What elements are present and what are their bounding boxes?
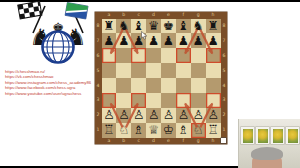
white-piece: ♗ [131,123,146,138]
black-piece: ♟ [191,33,206,48]
square-d6[interactable] [146,48,161,63]
square-b5[interactable] [116,63,131,78]
white-piece: ♙ [161,108,176,123]
square-a2[interactable]: ♙ [102,108,117,123]
black-piece: ♟ [146,33,161,48]
square-f4[interactable] [176,78,191,93]
mouse-cursor [141,26,148,44]
square-g2[interactable]: ♙ [191,108,206,123]
square-d1[interactable]: ♕ [146,123,161,138]
picture-frame [241,127,254,144]
black-piece: ♜ [206,19,221,34]
file-label-top-g: g [191,12,206,18]
picture-frame [256,127,269,144]
hmao-flag-icon [65,3,88,19]
square-f6[interactable] [176,48,191,63]
square-g4[interactable] [191,78,206,93]
black-piece: ♟ [161,33,176,48]
rank-label-left-2: 2 [95,112,101,118]
square-d4[interactable] [146,78,161,93]
rank-label-right-3: 3 [221,97,227,103]
square-d2[interactable]: ♙ [146,108,161,123]
square-b7[interactable]: ♟ [116,33,131,48]
square-b6[interactable] [116,48,131,63]
square-h2[interactable]: ♙ [206,108,221,123]
square-g8[interactable]: ♞ [191,19,206,34]
academy-logo: ♚ ♞ ♞ [16,1,100,65]
white-piece: ♕ [146,123,161,138]
white-piece: ♖ [206,123,221,138]
square-e7[interactable]: ♟ [161,33,176,48]
rank-label-left-7: 7 [95,38,101,44]
rank-label-left-5: 5 [95,68,101,74]
square-g6[interactable] [191,48,206,63]
file-label-top-c: c [131,12,146,18]
picture-frame [286,127,299,144]
square-a4[interactable] [102,78,117,93]
webcam-overlay [238,119,300,168]
square-c1[interactable]: ♗ [131,123,146,138]
square-e3[interactable] [161,93,176,108]
square-b2[interactable]: ♙ [116,108,131,123]
board-squares[interactable]: ♜♞♝♛♚♝♞♜♟♟♟♟♟♟♟♟♙♙♙♙♙♙♙♙♖♘♗♕♔♗♘♖ [102,19,221,138]
square-f8[interactable]: ♝ [176,19,191,34]
square-b8[interactable]: ♞ [116,19,131,34]
square-f1[interactable]: ♗ [176,123,191,138]
black-piece: ♟ [206,33,221,48]
square-c3[interactable] [131,93,146,108]
presenter-head [252,149,282,168]
file-label-bottom-h: h [206,138,221,144]
square-c6[interactable] [131,48,146,63]
square-e8[interactable]: ♚ [161,19,176,34]
white-to-move-indicator [221,138,226,143]
square-a6[interactable] [102,48,117,63]
square-e2[interactable]: ♙ [161,108,176,123]
rank-label-left-8: 8 [95,23,101,29]
white-piece: ♙ [176,108,191,123]
square-h3[interactable] [206,93,221,108]
square-b3[interactable] [116,93,131,108]
square-d5[interactable] [146,63,161,78]
white-piece: ♙ [206,108,221,123]
square-c4[interactable] [131,78,146,93]
black-piece: ♞ [116,19,131,34]
rank-label-left-4: 4 [95,83,101,89]
rank-label-right-7: 7 [221,38,227,44]
square-h1[interactable]: ♖ [206,123,221,138]
file-label-bottom-c: c [131,138,146,144]
rank-label-right-6: 6 [221,53,227,59]
square-f2[interactable]: ♙ [176,108,191,123]
white-piece: ♙ [191,108,206,123]
square-h8[interactable]: ♜ [206,19,221,34]
square-e4[interactable] [161,78,176,93]
picture-frame [271,127,284,144]
white-piece: ♘ [116,123,131,138]
square-a1[interactable]: ♖ [102,123,117,138]
presenter-hair [251,147,283,160]
chess-board[interactable]: ♜♞♝♛♚♝♞♜♟♟♟♟♟♟♟♟♙♙♙♙♙♙♙♙♖♘♗♕♔♗♘♖ aabbccd… [95,12,227,144]
rank-label-left-1: 1 [95,127,101,133]
black-piece: ♟ [176,33,191,48]
black-piece: ♚ [161,19,176,34]
rank-label-right-4: 4 [221,83,227,89]
rank-label-right-8: 8 [221,23,227,29]
file-label-top-a: a [102,12,117,18]
links-list: https://chesshmao.ru/https://vk.com/ches… [5,69,105,96]
file-label-top-h: h [206,12,221,18]
square-g7[interactable]: ♟ [191,33,206,48]
square-g5[interactable] [191,63,206,78]
white-piece: ♖ [102,123,117,138]
rank-label-left-3: 3 [95,97,101,103]
black-piece: ♟ [116,33,131,48]
square-b1[interactable]: ♘ [116,123,131,138]
square-a3[interactable] [102,93,117,108]
rank-label-right-5: 5 [221,68,227,74]
file-label-top-d: d [146,12,161,18]
white-piece: ♘ [191,123,206,138]
square-c2[interactable]: ♙ [131,108,146,123]
square-e5[interactable] [161,63,176,78]
square-e1[interactable]: ♔ [161,123,176,138]
file-label-bottom-b: b [116,138,131,144]
square-f3[interactable] [176,93,191,108]
rank-label-left-6: 6 [95,53,101,59]
square-h6[interactable] [206,48,221,63]
white-piece: ♙ [102,108,117,123]
square-a8[interactable]: ♜ [102,19,117,34]
square-a5[interactable] [102,63,117,78]
black-piece: ♟ [102,33,117,48]
square-g3[interactable] [191,93,206,108]
square-c5[interactable] [131,63,146,78]
square-f5[interactable] [176,63,191,78]
file-label-bottom-e: e [161,138,176,144]
square-f7[interactable]: ♟ [176,33,191,48]
square-h4[interactable] [206,78,221,93]
file-label-top-b: b [116,12,131,18]
square-d7[interactable]: ♟ [146,33,161,48]
checkered-flag-icon [18,1,42,19]
square-d8[interactable]: ♛ [146,19,161,34]
white-piece: ♙ [131,108,146,123]
rank-label-right-1: 1 [221,127,227,133]
black-piece: ♞ [191,19,206,34]
black-piece: ♛ [146,19,161,34]
file-label-top-f: f [176,12,191,18]
globe-icon [41,32,75,63]
white-piece: ♙ [146,108,161,123]
file-label-top-e: e [161,12,176,18]
white-piece: ♙ [116,108,131,123]
white-piece: ♗ [176,123,191,138]
file-label-bottom-f: f [176,138,191,144]
white-piece: ♔ [161,123,176,138]
square-a7[interactable]: ♟ [102,33,117,48]
file-label-bottom-a: a [102,138,117,144]
square-e6[interactable] [161,48,176,63]
link-url[interactable]: https://www.youtube.com/user/ugrachess [5,91,105,96]
square-g1[interactable]: ♘ [191,123,206,138]
file-label-bottom-d: d [146,138,161,144]
square-h7[interactable]: ♟ [206,33,221,48]
black-piece: ♝ [176,19,191,34]
square-h5[interactable] [206,63,221,78]
square-d3[interactable] [146,93,161,108]
square-b4[interactable] [116,78,131,93]
rank-label-right-2: 2 [221,112,227,118]
black-piece: ♜ [102,19,117,34]
file-label-bottom-g: g [191,138,206,144]
